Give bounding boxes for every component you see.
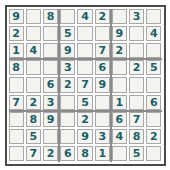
cell-r7c5: 2 — [77, 112, 92, 127]
cell-r2c8[interactable] — [129, 26, 144, 41]
cell-r5c1[interactable] — [9, 77, 24, 92]
cell-r9c7[interactable] — [112, 146, 127, 161]
cell-r8c2: 5 — [26, 129, 41, 144]
cell-r6c1: 7 — [9, 95, 24, 110]
box-1-3: 3942 — [112, 9, 162, 59]
cell-r1c7[interactable] — [112, 9, 127, 24]
cell-r7c1[interactable] — [9, 112, 24, 127]
cell-r2c3[interactable] — [43, 26, 58, 41]
cell-r3c5[interactable] — [77, 43, 92, 58]
cell-r4c4: 3 — [60, 60, 75, 75]
cell-r7c2: 8 — [26, 112, 41, 127]
cell-r1c3: 8 — [43, 9, 58, 24]
cell-r8c8: 8 — [129, 129, 144, 144]
cell-r8c5: 9 — [77, 129, 92, 144]
cell-r5c6: 9 — [95, 77, 110, 92]
cell-r3c7: 2 — [112, 43, 127, 58]
cell-r6c2: 2 — [26, 95, 41, 110]
cell-r4c2[interactable] — [26, 60, 41, 75]
cell-r4c8: 2 — [129, 60, 144, 75]
cell-r2c4: 5 — [60, 26, 75, 41]
cell-r4c6: 6 — [95, 60, 110, 75]
box-1-2: 42597 — [60, 9, 110, 59]
cell-r9c9[interactable] — [146, 146, 161, 161]
cell-r7c7: 6 — [112, 112, 127, 127]
cell-r2c2[interactable] — [26, 26, 41, 41]
cell-r7c3: 9 — [43, 112, 58, 127]
cell-r6c3: 3 — [43, 95, 58, 110]
cell-r9c8: 5 — [129, 146, 144, 161]
cell-r6c9: 6 — [146, 95, 161, 110]
cell-r1c1: 9 — [9, 9, 24, 24]
cell-r5c7[interactable] — [112, 77, 127, 92]
cell-r8c7: 4 — [112, 129, 127, 144]
cell-r1c8: 3 — [129, 9, 144, 24]
board-boxes: 9821442597394286723362795251689572293681… — [9, 9, 162, 162]
cell-r9c2: 7 — [26, 146, 41, 161]
cell-r1c2[interactable] — [26, 9, 41, 24]
box-3-1: 89572 — [9, 112, 59, 162]
cell-r8c1[interactable] — [9, 129, 24, 144]
cell-r2c9: 4 — [146, 26, 161, 41]
cell-r7c9[interactable] — [146, 112, 161, 127]
cell-r6c8[interactable] — [129, 95, 144, 110]
cell-r3c9[interactable] — [146, 43, 161, 58]
cell-r9c4: 6 — [60, 146, 75, 161]
cell-r5c4: 2 — [60, 77, 75, 92]
box-2-1: 86723 — [9, 60, 59, 110]
cell-r8c9: 2 — [146, 129, 161, 144]
sudoku-board: 9821442597394286723362795251689572293681… — [5, 5, 166, 166]
cell-r1c9[interactable] — [146, 9, 161, 24]
cell-r7c8: 7 — [129, 112, 144, 127]
cell-r2c5[interactable] — [77, 26, 92, 41]
cell-r4c9: 5 — [146, 60, 161, 75]
page: 9821442597394286723362795251689572293681… — [0, 0, 170, 170]
cell-r4c5[interactable] — [77, 60, 92, 75]
box-3-2: 293681 — [60, 112, 110, 162]
cell-r9c1[interactable] — [9, 146, 24, 161]
cell-r9c5: 8 — [77, 146, 92, 161]
cell-r1c6: 2 — [95, 9, 110, 24]
cell-r3c1: 1 — [9, 43, 24, 58]
cell-r6c7: 1 — [112, 95, 127, 110]
cell-r5c5: 7 — [77, 77, 92, 92]
cell-r8c6: 3 — [95, 129, 110, 144]
cell-r6c5: 5 — [77, 95, 92, 110]
cell-r5c9[interactable] — [146, 77, 161, 92]
cell-r4c7[interactable] — [112, 60, 127, 75]
cell-r5c3: 6 — [43, 77, 58, 92]
cell-r8c4[interactable] — [60, 129, 75, 144]
cell-r7c4[interactable] — [60, 112, 75, 127]
cell-r3c3[interactable] — [43, 43, 58, 58]
box-2-3: 2516 — [112, 60, 162, 110]
cell-r3c2: 4 — [26, 43, 41, 58]
cell-r1c4[interactable] — [60, 9, 75, 24]
cell-r1c5: 4 — [77, 9, 92, 24]
cell-r2c1: 2 — [9, 26, 24, 41]
cell-r9c6: 1 — [95, 146, 110, 161]
cell-r3c8[interactable] — [129, 43, 144, 58]
cell-r5c2[interactable] — [26, 77, 41, 92]
cell-r4c3[interactable] — [43, 60, 58, 75]
cell-r7c6[interactable] — [95, 112, 110, 127]
cell-r6c4[interactable] — [60, 95, 75, 110]
cell-r3c4: 9 — [60, 43, 75, 58]
cell-r8c3[interactable] — [43, 129, 58, 144]
box-1-1: 98214 — [9, 9, 59, 59]
cell-r9c3: 2 — [43, 146, 58, 161]
cell-r6c6[interactable] — [95, 95, 110, 110]
cell-r5c8[interactable] — [129, 77, 144, 92]
box-2-2: 362795 — [60, 60, 110, 110]
cell-r4c1: 8 — [9, 60, 24, 75]
cell-r3c6: 7 — [95, 43, 110, 58]
cell-r2c7: 9 — [112, 26, 127, 41]
box-3-3: 674825 — [112, 112, 162, 162]
cell-r2c6[interactable] — [95, 26, 110, 41]
